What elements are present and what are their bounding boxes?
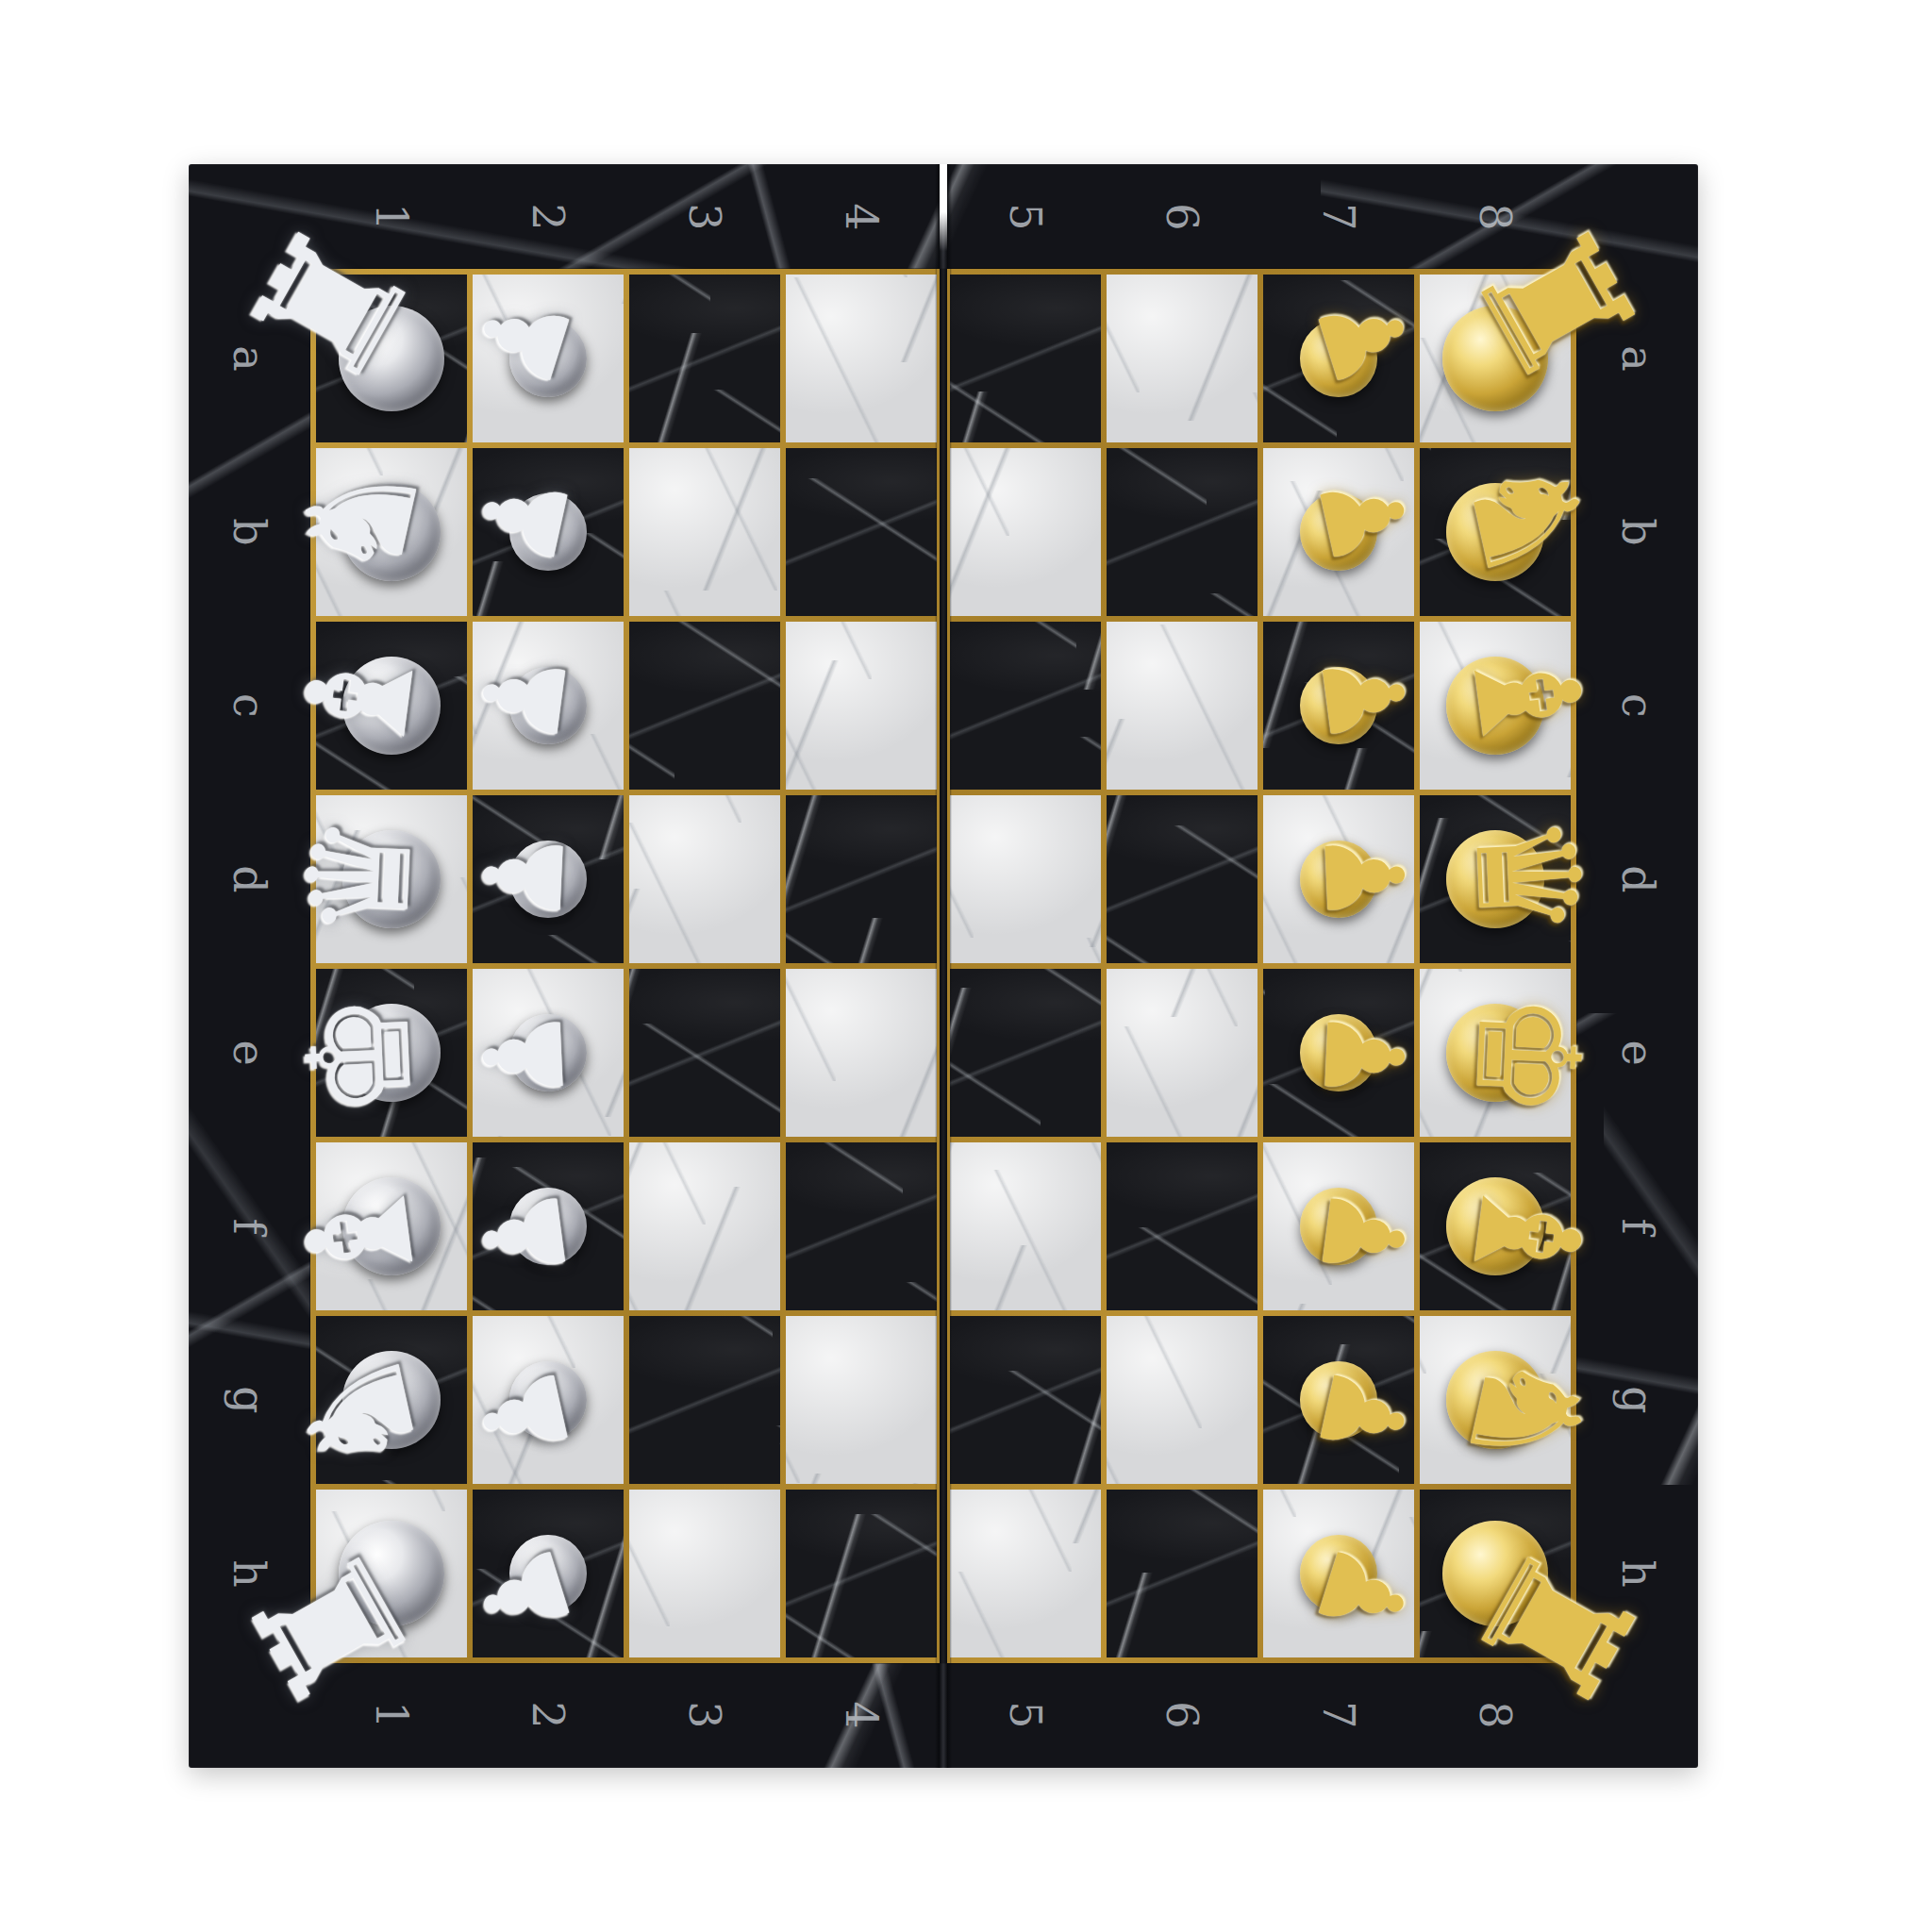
square-g3[interactable]: [629, 1316, 780, 1484]
silver-king-glyph: ♚: [286, 990, 433, 1123]
square-e2[interactable]: ♟: [473, 969, 624, 1137]
square-g4[interactable]: [786, 1316, 937, 1484]
square-g7[interactable]: ♟: [1263, 1316, 1414, 1484]
rank-label-top-4: 4: [840, 203, 883, 230]
square-f3[interactable]: [629, 1142, 780, 1310]
file-label-left-e: e: [227, 1040, 271, 1065]
piece-white-pawn-f2[interactable]: ♟: [473, 1142, 624, 1310]
square-b8[interactable]: ♞: [1420, 448, 1571, 616]
rank-label-top-6: 6: [1160, 203, 1204, 230]
square-b5[interactable]: [950, 448, 1101, 616]
piece-black-pawn-c7[interactable]: ♟: [1263, 622, 1414, 790]
rank-label-bottom-5: 5: [1004, 1701, 1047, 1728]
square-h8[interactable]: ♜: [1420, 1490, 1571, 1657]
piece-white-queen-d1[interactable]: ♛: [316, 795, 467, 963]
square-g2[interactable]: ♟: [473, 1316, 624, 1484]
rank-label-bottom-6: 6: [1160, 1701, 1204, 1728]
square-a6[interactable]: [1107, 275, 1257, 442]
square-f5[interactable]: [950, 1142, 1101, 1310]
rank-label-bottom-7: 7: [1317, 1701, 1360, 1728]
gold-pawn-glyph: ♟: [1297, 276, 1428, 401]
square-h5[interactable]: [950, 1490, 1101, 1657]
square-g1[interactable]: ♞: [316, 1316, 467, 1484]
square-d4[interactable]: [786, 795, 937, 963]
square-b6[interactable]: [1107, 448, 1257, 616]
piece-white-bishop-f1[interactable]: ♝: [316, 1142, 467, 1310]
silver-pawn-glyph: ♟: [461, 459, 587, 576]
square-f6[interactable]: [1107, 1142, 1257, 1310]
gold-queen-glyph: ♛: [1454, 810, 1601, 943]
square-c5[interactable]: [950, 622, 1101, 790]
silver-queen-glyph: ♛: [286, 810, 433, 943]
square-f8[interactable]: ♝: [1420, 1142, 1571, 1310]
piece-black-pawn-g7[interactable]: ♟: [1263, 1316, 1414, 1484]
piece-white-knight-g1[interactable]: ♞: [316, 1316, 467, 1484]
piece-white-knight-b1[interactable]: ♞: [316, 448, 467, 616]
square-e3[interactable]: [629, 969, 780, 1137]
page-background: ♜♟♟♜♞♟♟♞♝♟♟♝♛♟♟♛♚♟♟♚♝♟♟♝♞♟♟♞♜♟♟♜ 1122334…: [0, 0, 1932, 1932]
silver-knight-glyph: ♞: [276, 1337, 442, 1491]
piece-black-king-e8[interactable]: ♚: [1420, 969, 1571, 1137]
square-c1[interactable]: ♝: [316, 622, 467, 790]
piece-black-pawn-b7[interactable]: ♟: [1263, 448, 1414, 616]
square-c2[interactable]: ♟: [473, 622, 624, 790]
square-a1[interactable]: ♜: [316, 275, 467, 442]
square-c6[interactable]: [1107, 622, 1257, 790]
rank-label-top-3: 3: [683, 203, 726, 230]
square-d3[interactable]: [629, 795, 780, 963]
rank-label-top-1: 1: [370, 203, 413, 230]
piece-white-pawn-b2[interactable]: ♟: [473, 448, 624, 616]
rank-label-top-5: 5: [1004, 203, 1047, 230]
square-e5[interactable]: [950, 969, 1101, 1137]
piece-white-bishop-c1[interactable]: ♝: [316, 622, 467, 790]
piece-white-pawn-d2[interactable]: ♟: [473, 795, 624, 963]
piece-black-bishop-f8[interactable]: ♝: [1420, 1142, 1571, 1310]
gold-pawn-glyph: ♟: [1300, 1356, 1425, 1473]
silver-bishop-glyph: ♝: [281, 625, 438, 770]
file-label-left-f: f: [227, 1218, 271, 1234]
square-a8[interactable]: ♜: [1420, 275, 1571, 442]
silver-pawn-glyph: ♟: [461, 1356, 587, 1473]
file-label-left-c: c: [227, 693, 271, 718]
rank-label-top-7: 7: [1317, 203, 1360, 230]
square-d6[interactable]: [1107, 795, 1257, 963]
piece-black-rook-h8[interactable]: ♜: [1420, 1490, 1571, 1657]
rank-label-bottom-4: 4: [840, 1701, 883, 1728]
square-c7[interactable]: ♟: [1263, 622, 1414, 790]
file-label-right-f: f: [1616, 1218, 1659, 1234]
piece-white-pawn-g2[interactable]: ♟: [473, 1316, 624, 1484]
board-fold-gap: [940, 164, 947, 251]
gold-knight-glyph: ♞: [1444, 1337, 1610, 1491]
board-fold-seam-grid: [937, 269, 950, 1663]
gold-pawn-glyph: ♟: [1300, 459, 1425, 576]
square-h1[interactable]: ♜: [316, 1490, 467, 1657]
square-d8[interactable]: ♛: [1420, 795, 1571, 963]
square-h3[interactable]: [629, 1490, 780, 1657]
piece-white-pawn-h2[interactable]: ♟: [473, 1490, 624, 1657]
square-c4[interactable]: [786, 622, 937, 790]
piece-black-pawn-d7[interactable]: ♟: [1263, 795, 1414, 963]
gold-pawn-glyph: ♟: [1307, 825, 1419, 926]
silver-bishop-glyph: ♝: [281, 1163, 438, 1307]
square-a4[interactable]: [786, 275, 937, 442]
silver-pawn-glyph: ♟: [469, 1005, 580, 1106]
square-d1[interactable]: ♛: [316, 795, 467, 963]
rank-label-bottom-8: 8: [1474, 1701, 1517, 1728]
rank-label-bottom-3: 3: [683, 1701, 726, 1728]
square-g8[interactable]: ♞: [1420, 1316, 1571, 1484]
chess-board: ♜♟♟♜♞♟♟♞♝♟♟♝♛♟♟♛♚♟♟♚♝♟♟♝♞♟♟♞♜♟♟♜ 1122334…: [189, 164, 1698, 1768]
square-e7[interactable]: ♟: [1263, 969, 1414, 1137]
rank-label-top-8: 8: [1474, 203, 1517, 230]
piece-black-knight-g8[interactable]: ♞: [1420, 1316, 1571, 1484]
rank-label-top-2: 2: [526, 203, 570, 230]
piece-black-pawn-e7[interactable]: ♟: [1263, 969, 1414, 1137]
piece-white-pawn-c2[interactable]: ♟: [473, 622, 624, 790]
square-d2[interactable]: ♟: [473, 795, 624, 963]
silver-pawn-glyph: ♟: [465, 642, 584, 752]
silver-knight-glyph: ♞: [276, 441, 442, 595]
file-label-right-g: g: [1616, 1386, 1659, 1413]
piece-white-pawn-e2[interactable]: ♟: [473, 969, 624, 1137]
square-f4[interactable]: [786, 1142, 937, 1310]
square-b2[interactable]: ♟: [473, 448, 624, 616]
square-f1[interactable]: ♝: [316, 1142, 467, 1310]
piece-black-pawn-h7[interactable]: ♟: [1263, 1490, 1414, 1657]
square-a5[interactable]: [950, 275, 1101, 442]
rank-label-bottom-2: 2: [526, 1701, 570, 1728]
square-a2[interactable]: ♟: [473, 275, 624, 442]
rank-label-bottom-1: 1: [370, 1701, 413, 1728]
square-e6[interactable]: [1107, 969, 1257, 1137]
square-h4[interactable]: [786, 1490, 937, 1657]
square-c8[interactable]: ♝: [1420, 622, 1571, 790]
square-h2[interactable]: ♟: [473, 1490, 624, 1657]
square-e8[interactable]: ♚: [1420, 969, 1571, 1137]
square-a7[interactable]: ♟: [1263, 275, 1414, 442]
piece-white-king-e1[interactable]: ♚: [316, 969, 467, 1137]
gold-pawn-glyph: ♟: [1297, 1531, 1428, 1656]
piece-black-pawn-f7[interactable]: ♟: [1263, 1142, 1414, 1310]
square-h6[interactable]: [1107, 1490, 1257, 1657]
square-a3[interactable]: [629, 275, 780, 442]
gold-knight-glyph: ♞: [1444, 441, 1610, 595]
gold-bishop-glyph: ♝: [1449, 1163, 1606, 1307]
file-label-left-g: g: [227, 1386, 271, 1413]
square-b1[interactable]: ♞: [316, 448, 467, 616]
file-label-left-d: d: [227, 865, 271, 892]
square-b7[interactable]: ♟: [1263, 448, 1414, 616]
gold-bishop-glyph: ♝: [1449, 625, 1606, 770]
file-label-left-b: b: [227, 518, 271, 545]
file-label-right-d: d: [1616, 865, 1659, 892]
square-c3[interactable]: [629, 622, 780, 790]
gold-pawn-glyph: ♟: [1304, 642, 1423, 752]
file-label-right-e: e: [1616, 1040, 1659, 1065]
square-d5[interactable]: [950, 795, 1101, 963]
gold-pawn-glyph: ♟: [1307, 1005, 1419, 1106]
piece-white-pawn-a2[interactable]: ♟: [473, 275, 624, 442]
square-f2[interactable]: ♟: [473, 1142, 624, 1310]
square-h7[interactable]: ♟: [1263, 1490, 1414, 1657]
piece-white-rook-h1[interactable]: ♜: [316, 1490, 467, 1657]
piece-black-bishop-c8[interactable]: ♝: [1420, 622, 1571, 790]
silver-pawn-glyph: ♟: [465, 1180, 584, 1290]
square-d7[interactable]: ♟: [1263, 795, 1414, 963]
piece-black-rook-a8[interactable]: ♜: [1420, 275, 1571, 442]
square-b4[interactable]: [786, 448, 937, 616]
file-label-right-b: b: [1616, 518, 1659, 545]
square-b3[interactable]: [629, 448, 780, 616]
piece-black-queen-d8[interactable]: ♛: [1420, 795, 1571, 963]
silver-pawn-glyph: ♟: [458, 276, 590, 401]
piece-black-knight-b8[interactable]: ♞: [1420, 448, 1571, 616]
square-e1[interactable]: ♚: [316, 969, 467, 1137]
square-e4[interactable]: [786, 969, 937, 1137]
piece-white-rook-a1[interactable]: ♜: [316, 275, 467, 442]
square-g6[interactable]: [1107, 1316, 1257, 1484]
square-g5[interactable]: [950, 1316, 1101, 1484]
silver-pawn-glyph: ♟: [469, 825, 580, 926]
piece-black-pawn-a7[interactable]: ♟: [1263, 275, 1414, 442]
gold-pawn-glyph: ♟: [1304, 1180, 1423, 1290]
silver-pawn-glyph: ♟: [458, 1531, 590, 1656]
square-f7[interactable]: ♟: [1263, 1142, 1414, 1310]
gold-king-glyph: ♚: [1454, 990, 1601, 1123]
file-label-right-c: c: [1616, 693, 1659, 718]
